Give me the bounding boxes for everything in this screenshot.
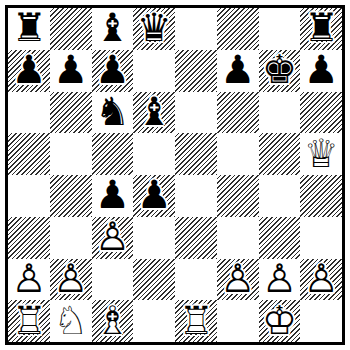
square-e7[interactable] — [175, 50, 217, 92]
black-pawn-fill-icon: ♟ — [53, 50, 88, 89]
square-d5[interactable] — [133, 133, 175, 175]
square-a6[interactable] — [8, 92, 50, 134]
square-d6[interactable]: ♝♝ — [133, 92, 175, 134]
square-f4[interactable] — [217, 175, 259, 217]
square-h3[interactable] — [300, 217, 342, 259]
black-pawn-fill-icon: ♟ — [95, 50, 130, 89]
square-c3[interactable]: ♟♙ — [92, 217, 134, 259]
white-pawn-icon: ♙ — [11, 259, 46, 298]
white-pawn-icon: ♙ — [220, 259, 255, 298]
piece-black-king: ♚♚ — [259, 50, 301, 92]
white-pawn-icon: ♙ — [304, 259, 339, 298]
black-knight-fill-icon: ♞ — [95, 92, 130, 131]
square-e4[interactable] — [175, 175, 217, 217]
square-h8[interactable]: ♜♜ — [300, 8, 342, 50]
black-pawn-fill-icon: ♟ — [95, 175, 130, 214]
square-d1[interactable] — [133, 300, 175, 342]
black-king-icon: ♚ — [262, 50, 297, 89]
piece-white-pawn: ♟♙ — [300, 259, 342, 301]
black-queen-icon: ♛ — [137, 8, 172, 47]
square-e5[interactable] — [175, 133, 217, 175]
square-c7[interactable]: ♟♟ — [92, 50, 134, 92]
black-rook-icon: ♜ — [304, 8, 339, 47]
chess-diagram: ♜♜♝♝♛♛♜♜♟♟♟♟♟♟♟♟♚♚♟♟♞♞♝♝♛♕♟♟♟♟♟♙♟♙♟♙♟♙♟♙… — [0, 0, 350, 350]
piece-white-king: ♚♔ — [259, 300, 301, 342]
black-rook-fill-icon: ♜ — [11, 8, 46, 47]
square-f2[interactable]: ♟♙ — [217, 259, 259, 301]
black-pawn-icon: ♟ — [11, 50, 46, 89]
black-pawn-icon: ♟ — [53, 50, 88, 89]
piece-black-pawn: ♟♟ — [50, 50, 92, 92]
piece-white-rook: ♜♖ — [8, 300, 50, 342]
white-rook-icon: ♖ — [11, 301, 46, 340]
square-e1[interactable]: ♜♖ — [175, 300, 217, 342]
square-g3[interactable] — [259, 217, 301, 259]
black-rook-icon: ♜ — [11, 8, 46, 47]
square-e8[interactable] — [175, 8, 217, 50]
white-king-fill-icon: ♚ — [262, 301, 297, 340]
square-b8[interactable] — [50, 8, 92, 50]
piece-white-pawn: ♟♙ — [217, 259, 259, 301]
piece-black-bishop: ♝♝ — [133, 92, 175, 134]
square-e6[interactable] — [175, 92, 217, 134]
white-rook-fill-icon: ♜ — [11, 301, 46, 340]
white-pawn-icon: ♙ — [262, 259, 297, 298]
white-rook-icon: ♖ — [178, 301, 213, 340]
square-d2[interactable] — [133, 259, 175, 301]
white-pawn-icon: ♙ — [95, 217, 130, 256]
black-bishop-fill-icon: ♝ — [95, 8, 130, 47]
square-h1[interactable] — [300, 300, 342, 342]
piece-white-rook: ♜♖ — [175, 300, 217, 342]
black-pawn-icon: ♟ — [95, 175, 130, 214]
square-b4[interactable] — [50, 175, 92, 217]
black-pawn-icon: ♟ — [95, 50, 130, 89]
piece-black-pawn: ♟♟ — [300, 50, 342, 92]
piece-black-pawn: ♟♟ — [92, 50, 134, 92]
square-g1[interactable]: ♚♔ — [259, 300, 301, 342]
piece-black-pawn: ♟♟ — [133, 175, 175, 217]
square-d4[interactable]: ♟♟ — [133, 175, 175, 217]
square-b7[interactable]: ♟♟ — [50, 50, 92, 92]
square-h6[interactable] — [300, 92, 342, 134]
square-a7[interactable]: ♟♟ — [8, 50, 50, 92]
piece-black-pawn: ♟♟ — [217, 50, 259, 92]
piece-black-pawn: ♟♟ — [92, 175, 134, 217]
square-h7[interactable]: ♟♟ — [300, 50, 342, 92]
black-pawn-icon: ♟ — [137, 175, 172, 214]
square-g4[interactable] — [259, 175, 301, 217]
piece-black-rook: ♜♜ — [300, 8, 342, 50]
white-pawn-fill-icon: ♟ — [11, 259, 46, 298]
square-g6[interactable] — [259, 92, 301, 134]
white-queen-fill-icon: ♛ — [304, 134, 339, 173]
piece-white-queen: ♛♕ — [300, 133, 342, 175]
piece-white-pawn: ♟♙ — [259, 259, 301, 301]
piece-white-pawn: ♟♙ — [8, 259, 50, 301]
square-b6[interactable] — [50, 92, 92, 134]
square-c8[interactable]: ♝♝ — [92, 8, 134, 50]
square-c5[interactable] — [92, 133, 134, 175]
black-bishop-icon: ♝ — [137, 92, 172, 131]
piece-black-bishop: ♝♝ — [92, 8, 134, 50]
white-pawn-fill-icon: ♟ — [53, 259, 88, 298]
square-h4[interactable] — [300, 175, 342, 217]
black-rook-fill-icon: ♜ — [304, 8, 339, 47]
square-e3[interactable] — [175, 217, 217, 259]
white-pawn-fill-icon: ♟ — [304, 259, 339, 298]
square-d7[interactable] — [133, 50, 175, 92]
square-f8[interactable] — [217, 8, 259, 50]
square-b5[interactable] — [50, 133, 92, 175]
square-f7[interactable]: ♟♟ — [217, 50, 259, 92]
square-d8[interactable]: ♛♛ — [133, 8, 175, 50]
square-a3[interactable] — [8, 217, 50, 259]
square-g8[interactable] — [259, 8, 301, 50]
square-f3[interactable] — [217, 217, 259, 259]
white-rook-fill-icon: ♜ — [178, 301, 213, 340]
black-bishop-icon: ♝ — [95, 8, 130, 47]
square-d3[interactable] — [133, 217, 175, 259]
square-h2[interactable]: ♟♙ — [300, 259, 342, 301]
square-g7[interactable]: ♚♚ — [259, 50, 301, 92]
square-a8[interactable]: ♜♜ — [8, 8, 50, 50]
square-g5[interactable] — [259, 133, 301, 175]
piece-black-rook: ♜♜ — [8, 8, 50, 50]
piece-white-knight: ♞♘ — [50, 300, 92, 342]
white-pawn-fill-icon: ♟ — [95, 217, 130, 256]
black-king-fill-icon: ♚ — [262, 50, 297, 89]
square-b3[interactable] — [50, 217, 92, 259]
square-f6[interactable] — [217, 92, 259, 134]
piece-white-bishop: ♝♗ — [92, 300, 134, 342]
piece-white-pawn: ♟♙ — [50, 259, 92, 301]
white-queen-icon: ♕ — [304, 134, 339, 173]
black-pawn-fill-icon: ♟ — [137, 175, 172, 214]
square-f1[interactable] — [217, 300, 259, 342]
square-c1[interactable]: ♝♗ — [92, 300, 134, 342]
square-b2[interactable]: ♟♙ — [50, 259, 92, 301]
white-bishop-icon: ♗ — [95, 301, 130, 340]
square-e2[interactable] — [175, 259, 217, 301]
square-c4[interactable]: ♟♟ — [92, 175, 134, 217]
piece-black-queen: ♛♛ — [133, 8, 175, 50]
piece-white-pawn: ♟♙ — [92, 217, 134, 259]
square-a1[interactable]: ♜♖ — [8, 300, 50, 342]
white-knight-icon: ♘ — [53, 301, 88, 340]
square-c2[interactable] — [92, 259, 134, 301]
black-pawn-fill-icon: ♟ — [304, 50, 339, 89]
white-pawn-icon: ♙ — [53, 259, 88, 298]
piece-black-knight: ♞♞ — [92, 92, 134, 134]
square-b1[interactable]: ♞♘ — [50, 300, 92, 342]
white-knight-fill-icon: ♞ — [53, 301, 88, 340]
square-a5[interactable] — [8, 133, 50, 175]
white-pawn-fill-icon: ♟ — [262, 259, 297, 298]
square-f5[interactable] — [217, 133, 259, 175]
chess-board: ♜♜♝♝♛♛♜♜♟♟♟♟♟♟♟♟♚♚♟♟♞♞♝♝♛♕♟♟♟♟♟♙♟♙♟♙♟♙♟♙… — [5, 5, 345, 345]
square-g2[interactable]: ♟♙ — [259, 259, 301, 301]
white-pawn-fill-icon: ♟ — [220, 259, 255, 298]
black-pawn-fill-icon: ♟ — [220, 50, 255, 89]
black-queen-fill-icon: ♛ — [137, 8, 172, 47]
black-pawn-icon: ♟ — [220, 50, 255, 89]
black-pawn-icon: ♟ — [304, 50, 339, 89]
white-bishop-fill-icon: ♝ — [95, 301, 130, 340]
black-bishop-fill-icon: ♝ — [137, 92, 172, 131]
square-a2[interactable]: ♟♙ — [8, 259, 50, 301]
square-a4[interactable] — [8, 175, 50, 217]
piece-black-pawn: ♟♟ — [8, 50, 50, 92]
black-knight-icon: ♞ — [95, 92, 130, 131]
square-c6[interactable]: ♞♞ — [92, 92, 134, 134]
square-h5[interactable]: ♛♕ — [300, 133, 342, 175]
black-pawn-fill-icon: ♟ — [11, 50, 46, 89]
white-king-icon: ♔ — [262, 301, 297, 340]
